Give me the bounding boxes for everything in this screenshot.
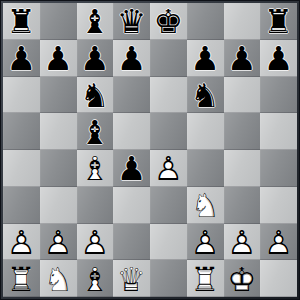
- piece-white-knight[interactable]: ♞♘: [187, 187, 224, 224]
- square-g3[interactable]: [224, 187, 261, 224]
- piece-white-pawn[interactable]: ♟♙: [187, 224, 224, 261]
- black-pawn-glyph: ♟: [3, 40, 40, 77]
- square-b4[interactable]: [40, 150, 77, 187]
- square-h7[interactable]: ♟: [260, 40, 297, 77]
- piece-white-rook[interactable]: ♜♖: [3, 260, 40, 297]
- white-queen-outline: ♕: [113, 260, 150, 297]
- piece-black-knight[interactable]: ♞: [187, 77, 224, 114]
- square-a7[interactable]: ♟: [3, 40, 40, 77]
- piece-black-pawn[interactable]: ♟: [187, 40, 224, 77]
- white-rook-outline: ♖: [187, 260, 224, 297]
- piece-white-knight[interactable]: ♞♘: [40, 260, 77, 297]
- square-b8[interactable]: [40, 3, 77, 40]
- white-pawn-outline: ♙: [77, 224, 114, 261]
- white-knight-outline: ♘: [40, 260, 77, 297]
- white-bishop-outline: ♗: [77, 150, 114, 187]
- square-g4[interactable]: [224, 150, 261, 187]
- piece-white-pawn[interactable]: ♟♙: [77, 224, 114, 261]
- piece-white-pawn[interactable]: ♟♙: [40, 224, 77, 261]
- square-g5[interactable]: [224, 113, 261, 150]
- chess-board-frame: ♜♝♛♚♜♟♟♟♟♟♟♟♞♞♝♝♗♟♟♙♞♘♟♙♟♙♟♙♟♙♟♙♟♙♜♖♞♘♝♗…: [0, 0, 300, 300]
- piece-black-pawn[interactable]: ♟: [113, 40, 150, 77]
- black-pawn-glyph: ♟: [224, 40, 261, 77]
- black-queen-glyph: ♛: [113, 3, 150, 40]
- piece-black-pawn[interactable]: ♟: [224, 40, 261, 77]
- square-a6[interactable]: [3, 77, 40, 114]
- piece-white-rook[interactable]: ♜♖: [187, 260, 224, 297]
- black-pawn-glyph: ♟: [260, 40, 297, 77]
- black-knight-glyph: ♞: [77, 77, 114, 114]
- square-d3[interactable]: [113, 187, 150, 224]
- white-pawn-outline: ♙: [187, 224, 224, 261]
- square-h6[interactable]: [260, 77, 297, 114]
- square-h3[interactable]: [260, 187, 297, 224]
- square-c8[interactable]: ♝: [77, 3, 114, 40]
- piece-black-pawn[interactable]: ♟: [40, 40, 77, 77]
- square-f7[interactable]: ♟: [187, 40, 224, 77]
- square-d7[interactable]: ♟: [113, 40, 150, 77]
- square-e4[interactable]: ♟♙: [150, 150, 187, 187]
- piece-white-pawn[interactable]: ♟♙: [3, 224, 40, 261]
- square-e8[interactable]: ♚: [150, 3, 187, 40]
- black-rook-glyph: ♜: [3, 3, 40, 40]
- piece-black-pawn[interactable]: ♟: [113, 150, 150, 187]
- piece-black-queen[interactable]: ♛: [113, 3, 150, 40]
- black-king-glyph: ♚: [150, 3, 187, 40]
- piece-white-pawn[interactable]: ♟♙: [150, 150, 187, 187]
- square-d2[interactable]: [113, 224, 150, 261]
- piece-black-bishop[interactable]: ♝: [77, 3, 114, 40]
- square-e1[interactable]: [150, 260, 187, 297]
- square-b5[interactable]: [40, 113, 77, 150]
- square-b6[interactable]: [40, 77, 77, 114]
- white-king-outline: ♔: [224, 260, 261, 297]
- square-c4[interactable]: ♝♗: [77, 150, 114, 187]
- piece-white-pawn[interactable]: ♟♙: [260, 224, 297, 261]
- black-pawn-glyph: ♟: [77, 40, 114, 77]
- square-h4[interactable]: [260, 150, 297, 187]
- white-pawn-outline: ♙: [260, 224, 297, 261]
- square-b1[interactable]: ♞♘: [40, 260, 77, 297]
- white-pawn-outline: ♙: [150, 150, 187, 187]
- piece-black-pawn[interactable]: ♟: [260, 40, 297, 77]
- black-pawn-glyph: ♟: [113, 40, 150, 77]
- piece-white-queen[interactable]: ♛♕: [113, 260, 150, 297]
- white-knight-outline: ♘: [187, 187, 224, 224]
- square-c3[interactable]: [77, 187, 114, 224]
- square-c7[interactable]: ♟: [77, 40, 114, 77]
- white-bishop-outline: ♗: [77, 260, 114, 297]
- square-c1[interactable]: ♝♗: [77, 260, 114, 297]
- square-d5[interactable]: [113, 113, 150, 150]
- piece-white-pawn[interactable]: ♟♙: [224, 224, 261, 261]
- piece-white-bishop[interactable]: ♝♗: [77, 260, 114, 297]
- square-e5[interactable]: [150, 113, 187, 150]
- black-bishop-glyph: ♝: [77, 113, 114, 150]
- square-c2[interactable]: ♟♙: [77, 224, 114, 261]
- square-a2[interactable]: ♟♙: [3, 224, 40, 261]
- square-b2[interactable]: ♟♙: [40, 224, 77, 261]
- black-pawn-glyph: ♟: [113, 150, 150, 187]
- square-a1[interactable]: ♜♖: [3, 260, 40, 297]
- white-pawn-outline: ♙: [40, 224, 77, 261]
- piece-black-rook[interactable]: ♜: [260, 3, 297, 40]
- square-f3[interactable]: ♞♘: [187, 187, 224, 224]
- square-g7[interactable]: ♟: [224, 40, 261, 77]
- black-bishop-glyph: ♝: [77, 3, 114, 40]
- square-f2[interactable]: ♟♙: [187, 224, 224, 261]
- square-g8[interactable]: [224, 3, 261, 40]
- square-a3[interactable]: [3, 187, 40, 224]
- black-pawn-glyph: ♟: [187, 40, 224, 77]
- black-knight-glyph: ♞: [187, 77, 224, 114]
- square-b7[interactable]: ♟: [40, 40, 77, 77]
- square-e6[interactable]: [150, 77, 187, 114]
- square-d6[interactable]: [113, 77, 150, 114]
- square-c6[interactable]: ♞: [77, 77, 114, 114]
- square-f4[interactable]: [187, 150, 224, 187]
- square-g1[interactable]: ♚♔: [224, 260, 261, 297]
- white-pawn-outline: ♙: [3, 224, 40, 261]
- piece-black-knight[interactable]: ♞: [77, 77, 114, 114]
- piece-white-bishop[interactable]: ♝♗: [77, 150, 114, 187]
- square-a8[interactable]: ♜: [3, 3, 40, 40]
- square-d8[interactable]: ♛: [113, 3, 150, 40]
- square-e2[interactable]: [150, 224, 187, 261]
- square-f1[interactable]: ♜♖: [187, 260, 224, 297]
- piece-black-pawn[interactable]: ♟: [3, 40, 40, 77]
- square-f5[interactable]: [187, 113, 224, 150]
- square-h2[interactable]: ♟♙: [260, 224, 297, 261]
- square-b3[interactable]: [40, 187, 77, 224]
- piece-black-king[interactable]: ♚: [150, 3, 187, 40]
- square-f6[interactable]: ♞: [187, 77, 224, 114]
- piece-black-bishop[interactable]: ♝: [77, 113, 114, 150]
- white-rook-outline: ♖: [3, 260, 40, 297]
- black-pawn-glyph: ♟: [40, 40, 77, 77]
- chess-board: ♜♝♛♚♜♟♟♟♟♟♟♟♞♞♝♝♗♟♟♙♞♘♟♙♟♙♟♙♟♙♟♙♟♙♜♖♞♘♝♗…: [3, 3, 297, 297]
- square-c5[interactable]: ♝: [77, 113, 114, 150]
- square-h5[interactable]: [260, 113, 297, 150]
- square-a4[interactable]: [3, 150, 40, 187]
- square-e7[interactable]: [150, 40, 187, 77]
- piece-black-pawn[interactable]: ♟: [77, 40, 114, 77]
- white-pawn-outline: ♙: [224, 224, 261, 261]
- square-h1[interactable]: [260, 260, 297, 297]
- square-d1[interactable]: ♛♕: [113, 260, 150, 297]
- square-f8[interactable]: [187, 3, 224, 40]
- square-g6[interactable]: [224, 77, 261, 114]
- square-e3[interactable]: [150, 187, 187, 224]
- square-d4[interactable]: ♟: [113, 150, 150, 187]
- square-h8[interactable]: ♜: [260, 3, 297, 40]
- square-g2[interactable]: ♟♙: [224, 224, 261, 261]
- square-a5[interactable]: [3, 113, 40, 150]
- piece-white-king[interactable]: ♚♔: [224, 260, 261, 297]
- piece-black-rook[interactable]: ♜: [3, 3, 40, 40]
- black-rook-glyph: ♜: [260, 3, 297, 40]
